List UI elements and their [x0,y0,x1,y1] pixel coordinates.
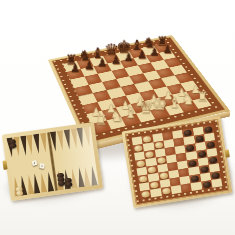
chess-piece-light-rook: ♜ [194,80,209,103]
brass-latch-icon [2,160,7,169]
chess-piece-light-bishop: ♝ [123,96,139,120]
chess-piece-light-queen: ♛ [138,93,154,117]
checker-disc-light [141,191,150,198]
chess-piece-dark-pawn: ♟ [160,34,174,55]
die-icon [39,163,45,169]
brass-latch-icon [225,149,230,157]
chess-piece-light-king: ♚ [152,90,167,113]
checkers-board [122,116,233,208]
checker-disc-light [162,188,171,195]
chess-piece-dark-pawn: ♟ [82,50,96,71]
checker-disc-dark [202,181,211,188]
chess-piece-dark-pawn: ♟ [95,47,109,68]
chess-piece-light-knight: ♞ [180,83,195,106]
checkers-square [211,179,222,188]
chess-piece-dark-pawn: ♟ [135,39,149,60]
chess-piece-dark-pawn: ♟ [122,42,136,63]
checkers-grid [132,125,223,199]
chess-piece-light-bishop: ♝ [166,86,181,109]
chess-piece-light-knight: ♞ [108,99,124,123]
backgammon-board [2,122,103,201]
product-photo: ♜♞♝♛♚♝♞♜♟♟♟♟♟♟♟♟♟♟♟♟♟♟♟♟♜♞♝♛♚♝♞♜ [0,0,235,235]
chess-piece-dark-pawn: ♟ [109,45,123,66]
chess-piece-light-rook: ♜ [93,103,109,127]
backgammon-field [6,126,98,196]
chess-piece-dark-pawn: ♟ [68,53,82,75]
die-icon [31,160,37,166]
chess-piece-dark-pawn: ♟ [148,37,162,58]
